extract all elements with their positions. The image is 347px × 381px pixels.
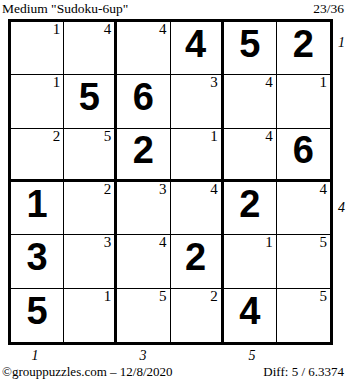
pencil-mark: 3	[104, 235, 112, 250]
sudoku-grid: 144452156341252146123424334215515245	[8, 19, 333, 345]
cell-r2c4[interactable]: 3	[171, 75, 224, 128]
progress-counter: 23/36	[313, 1, 344, 17]
given-digit: 5	[79, 78, 100, 116]
given-digit: 2	[239, 185, 260, 223]
cell-r1c6[interactable]: 2	[277, 22, 330, 75]
pencil-mark: 3	[159, 182, 167, 197]
puzzle-title: Medium "Sudoku-6up"	[2, 1, 128, 17]
cell-r3c2[interactable]: 5	[64, 129, 117, 182]
cell-r2c6[interactable]: 1	[277, 75, 330, 128]
pencil-mark: 3	[210, 75, 218, 90]
pencil-mark: 4	[210, 182, 218, 197]
pencil-mark: 2	[104, 182, 112, 197]
cell-r2c2[interactable]: 5	[64, 75, 117, 128]
cell-r5c4[interactable]: 2	[171, 235, 224, 288]
cell-r3c4[interactable]: 1	[171, 129, 224, 182]
pencil-mark: 1	[320, 75, 328, 90]
cell-r5c2[interactable]: 3	[64, 235, 117, 288]
puzzle-page: Medium "Sudoku-6up" 23/36 14445215634125…	[0, 0, 347, 381]
pencil-mark: 5	[159, 289, 167, 304]
pencil-mark: 5	[320, 289, 328, 304]
pencil-mark: 4	[265, 75, 273, 90]
cell-r4c4[interactable]: 4	[171, 182, 224, 235]
cell-r5c6[interactable]: 5	[277, 235, 330, 288]
row-marker-4: 4	[336, 201, 347, 215]
footer: ©grouppuzzles.com – 12/8/2020 Diff: 5 / …	[2, 364, 344, 379]
cell-r1c3[interactable]: 4	[117, 22, 170, 75]
cell-r6c6[interactable]: 5	[277, 289, 330, 342]
pencil-mark: 4	[159, 235, 167, 250]
given-digit: 3	[27, 238, 48, 276]
cell-r4c2[interactable]: 2	[64, 182, 117, 235]
cell-r4c6[interactable]: 4	[277, 182, 330, 235]
cell-r4c5[interactable]: 2	[224, 182, 277, 235]
given-digit: 5	[239, 25, 260, 63]
pencil-mark: 5	[104, 129, 112, 144]
copyright-text: ©grouppuzzles.com – 12/8/2020	[2, 364, 173, 379]
pencil-mark: 1	[53, 22, 61, 37]
given-digit: 5	[27, 292, 48, 330]
cell-r3c1[interactable]: 2	[11, 129, 64, 182]
cell-r4c1[interactable]: 1	[11, 182, 64, 235]
pencil-mark: 4	[265, 129, 273, 144]
difficulty-text: Diff: 5 / 6.3374	[263, 364, 344, 379]
cell-r6c2[interactable]: 1	[64, 289, 117, 342]
cell-r3c6[interactable]: 6	[277, 129, 330, 182]
cell-r1c1[interactable]: 1	[11, 22, 64, 75]
col-marker-1: 1	[25, 349, 45, 363]
given-digit: 2	[185, 238, 206, 276]
pencil-mark: 2	[53, 129, 61, 144]
given-digit: 4	[185, 25, 206, 63]
cell-r1c4[interactable]: 4	[171, 22, 224, 75]
cell-r6c5[interactable]: 4	[224, 289, 277, 342]
col-marker-5: 5	[242, 349, 262, 363]
col-marker-3: 3	[133, 349, 153, 363]
pencil-mark: 1	[53, 75, 61, 90]
header: Medium "Sudoku-6up" 23/36	[2, 1, 344, 17]
cell-r1c2[interactable]: 4	[64, 22, 117, 75]
pencil-mark: 4	[104, 22, 112, 37]
pencil-mark: 4	[159, 22, 167, 37]
cell-r6c1[interactable]: 5	[11, 289, 64, 342]
cell-r3c5[interactable]: 4	[224, 129, 277, 182]
cell-r5c1[interactable]: 3	[11, 235, 64, 288]
pencil-mark: 4	[320, 182, 328, 197]
cell-r6c3[interactable]: 5	[117, 289, 170, 342]
given-digit: 1	[27, 185, 48, 223]
given-digit: 4	[239, 292, 260, 330]
pencil-mark: 1	[104, 289, 112, 304]
cell-r2c1[interactable]: 1	[11, 75, 64, 128]
cell-r5c3[interactable]: 4	[117, 235, 170, 288]
cell-r2c5[interactable]: 4	[224, 75, 277, 128]
cell-r2c3[interactable]: 6	[117, 75, 170, 128]
cell-r4c3[interactable]: 3	[117, 182, 170, 235]
given-digit: 6	[133, 78, 154, 116]
pencil-mark: 2	[210, 289, 218, 304]
given-digit: 6	[293, 131, 314, 169]
given-digit: 2	[293, 25, 314, 63]
cell-r3c3[interactable]: 2	[117, 129, 170, 182]
pencil-mark: 5	[320, 235, 328, 250]
given-digit: 2	[133, 131, 154, 169]
cell-r5c5[interactable]: 1	[224, 235, 277, 288]
pencil-mark: 1	[210, 129, 218, 144]
cell-r6c4[interactable]: 2	[171, 289, 224, 342]
cell-r1c5[interactable]: 5	[224, 22, 277, 75]
pencil-mark: 1	[265, 235, 273, 250]
row-marker-1: 1	[336, 36, 347, 50]
